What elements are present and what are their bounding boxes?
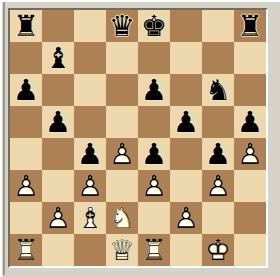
piece-white-pawn[interactable]: ♟♙ — [234, 138, 266, 170]
square-h3[interactable] — [234, 170, 266, 202]
piece-black-queen[interactable]: ♛ — [106, 10, 138, 42]
black-bishop-glyph: ♝ — [42, 42, 74, 74]
square-a6[interactable]: ♟ — [10, 74, 42, 106]
white-pawn-outline-glyph: ♙ — [138, 170, 170, 202]
piece-black-rook[interactable]: ♜ — [10, 10, 42, 42]
square-g5[interactable] — [202, 106, 234, 138]
square-h5[interactable]: ♟ — [234, 106, 266, 138]
black-rook-glyph: ♜ — [10, 10, 42, 42]
square-e7[interactable] — [138, 42, 170, 74]
white-knight-outline-glyph: ♘ — [106, 202, 138, 234]
square-d1[interactable]: ♛♕ — [106, 234, 138, 266]
square-f8[interactable] — [170, 10, 202, 42]
white-pawn-outline-glyph: ♙ — [74, 170, 106, 202]
piece-white-pawn[interactable]: ♟♙ — [106, 138, 138, 170]
chess-board: ♜♛♚♜♝♟♟♞♟♟♟♟♟♙♟♟♟♙♟♙♟♙♟♙♟♙♟♙♝♗♞♘♟♙♜♖♛♕♜♖… — [10, 10, 266, 266]
square-e5[interactable] — [138, 106, 170, 138]
square-a3[interactable]: ♟♙ — [10, 170, 42, 202]
square-f4[interactable] — [170, 138, 202, 170]
square-d3[interactable] — [106, 170, 138, 202]
piece-white-pawn[interactable]: ♟♙ — [138, 170, 170, 202]
square-f1[interactable] — [170, 234, 202, 266]
chess-app-window: { "game": { "name": "chess", "orientatio… — [0, 0, 280, 277]
piece-black-pawn[interactable]: ♟ — [170, 106, 202, 138]
square-b2[interactable]: ♟♙ — [42, 202, 74, 234]
piece-black-knight[interactable]: ♞ — [202, 74, 234, 106]
white-pawn-outline-glyph: ♙ — [202, 170, 234, 202]
black-king-glyph: ♚ — [138, 10, 170, 42]
white-rook-outline-glyph: ♖ — [10, 234, 42, 266]
black-pawn-glyph: ♟ — [138, 74, 170, 106]
piece-white-queen[interactable]: ♛♕ — [106, 234, 138, 266]
piece-white-pawn[interactable]: ♟♙ — [202, 170, 234, 202]
square-h1[interactable] — [234, 234, 266, 266]
white-rook-outline-glyph: ♖ — [138, 234, 170, 266]
square-e4[interactable]: ♟ — [138, 138, 170, 170]
square-c2[interactable]: ♝♗ — [74, 202, 106, 234]
piece-black-pawn[interactable]: ♟ — [10, 74, 42, 106]
square-d6[interactable] — [106, 74, 138, 106]
piece-black-pawn[interactable]: ♟ — [202, 138, 234, 170]
square-d4[interactable]: ♟♙ — [106, 138, 138, 170]
piece-white-pawn[interactable]: ♟♙ — [42, 202, 74, 234]
square-b4[interactable] — [42, 138, 74, 170]
board-frame: ♜♛♚♜♝♟♟♞♟♟♟♟♟♙♟♟♟♙♟♙♟♙♟♙♟♙♟♙♝♗♞♘♟♙♜♖♛♕♜♖… — [8, 8, 268, 268]
square-c7[interactable] — [74, 42, 106, 74]
white-king-outline-glyph: ♔ — [202, 234, 234, 266]
square-g7[interactable] — [202, 42, 234, 74]
window-edge-highlight-top — [0, 0, 280, 2]
piece-black-king[interactable]: ♚ — [138, 10, 170, 42]
square-g2[interactable] — [202, 202, 234, 234]
square-e6[interactable]: ♟ — [138, 74, 170, 106]
window-edge-groove — [3, 2, 5, 275]
square-g8[interactable] — [202, 10, 234, 42]
square-g3[interactable]: ♟♙ — [202, 170, 234, 202]
piece-black-rook[interactable]: ♜ — [234, 10, 266, 42]
square-c3[interactable]: ♟♙ — [74, 170, 106, 202]
black-pawn-glyph: ♟ — [138, 138, 170, 170]
square-f7[interactable] — [170, 42, 202, 74]
piece-black-pawn[interactable]: ♟ — [42, 106, 74, 138]
square-a7[interactable] — [10, 42, 42, 74]
square-a5[interactable] — [10, 106, 42, 138]
black-pawn-glyph: ♟ — [234, 106, 266, 138]
black-pawn-glyph: ♟ — [170, 106, 202, 138]
white-pawn-outline-glyph: ♙ — [170, 202, 202, 234]
square-b1[interactable] — [42, 234, 74, 266]
square-b7[interactable]: ♝ — [42, 42, 74, 74]
black-knight-glyph: ♞ — [202, 74, 234, 106]
piece-black-pawn[interactable]: ♟ — [138, 74, 170, 106]
square-a1[interactable]: ♜♖ — [10, 234, 42, 266]
square-h8[interactable]: ♜ — [234, 10, 266, 42]
square-c1[interactable] — [74, 234, 106, 266]
square-f5[interactable]: ♟ — [170, 106, 202, 138]
square-d7[interactable] — [106, 42, 138, 74]
black-rook-glyph: ♜ — [234, 10, 266, 42]
square-b6[interactable] — [42, 74, 74, 106]
piece-white-rook[interactable]: ♜♖ — [10, 234, 42, 266]
square-c6[interactable] — [74, 74, 106, 106]
square-e1[interactable]: ♜♖ — [138, 234, 170, 266]
square-e3[interactable]: ♟♙ — [138, 170, 170, 202]
square-g6[interactable]: ♞ — [202, 74, 234, 106]
square-a4[interactable] — [10, 138, 42, 170]
black-pawn-glyph: ♟ — [42, 106, 74, 138]
piece-black-bishop[interactable]: ♝ — [42, 42, 74, 74]
white-pawn-outline-glyph: ♙ — [106, 138, 138, 170]
window-edge-highlight-left — [0, 0, 2, 277]
square-g4[interactable]: ♟ — [202, 138, 234, 170]
square-e2[interactable] — [138, 202, 170, 234]
square-b3[interactable] — [42, 170, 74, 202]
white-pawn-outline-glyph: ♙ — [234, 138, 266, 170]
square-f3[interactable] — [170, 170, 202, 202]
square-h6[interactable] — [234, 74, 266, 106]
white-queen-outline-glyph: ♕ — [106, 234, 138, 266]
square-h2[interactable] — [234, 202, 266, 234]
square-a2[interactable] — [10, 202, 42, 234]
white-pawn-outline-glyph: ♙ — [42, 202, 74, 234]
piece-black-pawn[interactable]: ♟ — [234, 106, 266, 138]
white-pawn-outline-glyph: ♙ — [10, 170, 42, 202]
black-pawn-glyph: ♟ — [74, 138, 106, 170]
square-b8[interactable] — [42, 10, 74, 42]
square-h4[interactable]: ♟♙ — [234, 138, 266, 170]
white-bishop-outline-glyph: ♗ — [74, 202, 106, 234]
square-f6[interactable] — [170, 74, 202, 106]
piece-white-knight[interactable]: ♞♘ — [106, 202, 138, 234]
square-d2[interactable]: ♞♘ — [106, 202, 138, 234]
black-pawn-glyph: ♟ — [202, 138, 234, 170]
piece-white-bishop[interactable]: ♝♗ — [74, 202, 106, 234]
piece-black-pawn[interactable]: ♟ — [74, 138, 106, 170]
square-c4[interactable]: ♟ — [74, 138, 106, 170]
square-c5[interactable] — [74, 106, 106, 138]
piece-white-rook[interactable]: ♜♖ — [138, 234, 170, 266]
piece-black-pawn[interactable]: ♟ — [138, 138, 170, 170]
square-d8[interactable]: ♛ — [106, 10, 138, 42]
square-b5[interactable]: ♟ — [42, 106, 74, 138]
square-c8[interactable] — [74, 10, 106, 42]
black-pawn-glyph: ♟ — [10, 74, 42, 106]
square-f2[interactable]: ♟♙ — [170, 202, 202, 234]
square-h7[interactable] — [234, 42, 266, 74]
square-g1[interactable]: ♚♔ — [202, 234, 234, 266]
black-queen-glyph: ♛ — [106, 10, 138, 42]
piece-white-pawn[interactable]: ♟♙ — [10, 170, 42, 202]
piece-white-pawn[interactable]: ♟♙ — [74, 170, 106, 202]
piece-white-pawn[interactable]: ♟♙ — [170, 202, 202, 234]
piece-white-king[interactable]: ♚♔ — [202, 234, 234, 266]
square-a8[interactable]: ♜ — [10, 10, 42, 42]
square-e8[interactable]: ♚ — [138, 10, 170, 42]
square-d5[interactable] — [106, 106, 138, 138]
